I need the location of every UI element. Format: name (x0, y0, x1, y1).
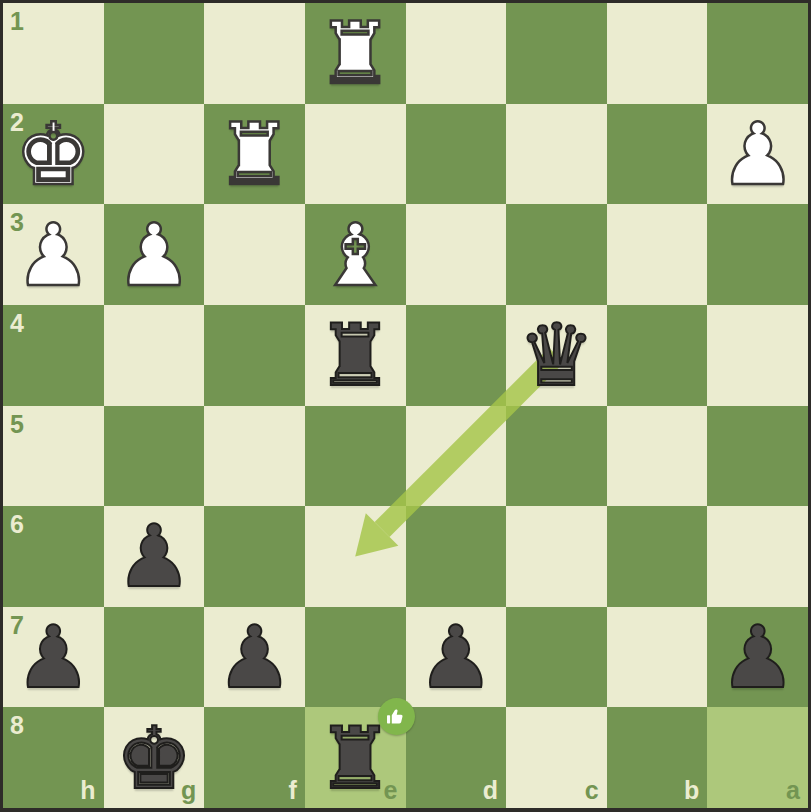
king-glyph: ♚ (15, 111, 92, 197)
black-pawn-a7[interactable]: ♟ (707, 607, 808, 708)
bishop-glyph: ♝ (317, 212, 394, 298)
black-queen-c4[interactable]: ♛ (506, 305, 607, 406)
pawn-glyph: ♟ (15, 212, 92, 298)
pawn-glyph: ♟ (719, 111, 796, 197)
pawn-glyph: ♟ (719, 614, 796, 700)
white-rook-e1[interactable]: ♜ (305, 3, 406, 104)
rook-glyph: ♜ (216, 111, 293, 197)
black-rook-e4[interactable]: ♜ (305, 305, 406, 406)
rook-glyph: ♜ (317, 10, 394, 96)
pawn-glyph: ♟ (115, 513, 192, 599)
chess-board: 12345678hgfedcba ♜♚♜♟♟♟♝♜♛♟♟♟♟♟♚♜ (3, 3, 808, 808)
white-pawn-h3[interactable]: ♟ (3, 204, 104, 305)
thumbs-up-icon (385, 706, 407, 728)
pawn-glyph: ♟ (216, 614, 293, 700)
chess-app-background: 12345678hgfedcba ♜♚♜♟♟♟♝♜♛♟♟♟♟♟♚♜ (0, 0, 811, 812)
pawn-glyph: ♟ (417, 614, 494, 700)
white-bishop-e3[interactable]: ♝ (305, 204, 406, 305)
white-pawn-g3[interactable]: ♟ (104, 204, 205, 305)
queen-glyph: ♛ (518, 312, 595, 398)
black-king-g8[interactable]: ♚ (104, 707, 205, 808)
black-pawn-h7[interactable]: ♟ (3, 607, 104, 708)
white-king-h2[interactable]: ♚ (3, 104, 104, 205)
white-rook-f2[interactable]: ♜ (204, 104, 305, 205)
black-pawn-g6[interactable]: ♟ (104, 506, 205, 607)
pawn-glyph: ♟ (15, 614, 92, 700)
black-pawn-d7[interactable]: ♟ (406, 607, 507, 708)
rook-glyph: ♜ (317, 312, 394, 398)
king-glyph: ♚ (115, 715, 192, 801)
black-pawn-f7[interactable]: ♟ (204, 607, 305, 708)
good-move-badge (378, 698, 415, 735)
white-pawn-a2[interactable]: ♟ (707, 104, 808, 205)
pawn-glyph: ♟ (115, 212, 192, 298)
board-pieces-layer: ♜♚♜♟♟♟♝♜♛♟♟♟♟♟♚♜ (3, 3, 808, 808)
